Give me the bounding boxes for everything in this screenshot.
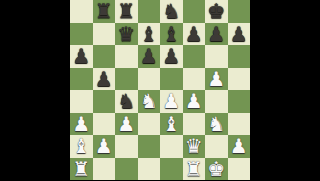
- black-knight[interactable]: ♞: [117, 90, 135, 113]
- square-b5[interactable]: ♟: [93, 68, 116, 91]
- square-a2[interactable]: ♝: [70, 135, 93, 158]
- black-queen[interactable]: ♛: [117, 22, 135, 45]
- square-e8[interactable]: ♞: [160, 0, 183, 23]
- square-c5[interactable]: [115, 68, 138, 91]
- black-bishop[interactable]: ♝: [140, 22, 158, 45]
- square-c1[interactable]: [115, 158, 138, 181]
- square-e2[interactable]: [160, 135, 183, 158]
- square-e5[interactable]: [160, 68, 183, 91]
- square-f4[interactable]: ♟: [183, 90, 206, 113]
- square-b2[interactable]: ♟: [93, 135, 116, 158]
- square-e7[interactable]: ♝: [160, 23, 183, 46]
- black-bishop[interactable]: ♝: [162, 22, 180, 45]
- square-f7[interactable]: ♟: [183, 23, 206, 46]
- black-pawn[interactable]: ♟: [140, 45, 158, 68]
- black-pawn[interactable]: ♟: [95, 67, 113, 90]
- square-f6[interactable]: [183, 45, 206, 68]
- white-pawn[interactable]: ♟: [162, 90, 180, 113]
- white-queen[interactable]: ♛: [185, 135, 203, 158]
- square-g7[interactable]: ♟: [205, 23, 228, 46]
- square-b1[interactable]: [93, 158, 116, 181]
- square-e3[interactable]: ♝: [160, 113, 183, 136]
- square-f3[interactable]: [183, 113, 206, 136]
- square-d6[interactable]: ♟: [138, 45, 161, 68]
- square-c2[interactable]: [115, 135, 138, 158]
- square-h3[interactable]: [228, 113, 251, 136]
- black-king[interactable]: ♚: [207, 0, 225, 22]
- white-rook[interactable]: ♜: [72, 157, 90, 180]
- square-a6[interactable]: ♟: [70, 45, 93, 68]
- square-a8[interactable]: [70, 0, 93, 23]
- square-f8[interactable]: [183, 0, 206, 23]
- black-knight[interactable]: ♞: [162, 0, 180, 22]
- square-h5[interactable]: [228, 68, 251, 91]
- square-g6[interactable]: [205, 45, 228, 68]
- square-g2[interactable]: [205, 135, 228, 158]
- square-d7[interactable]: ♝: [138, 23, 161, 46]
- letterbox-left: [0, 0, 70, 180]
- square-d2[interactable]: [138, 135, 161, 158]
- square-f5[interactable]: [183, 68, 206, 91]
- square-g8[interactable]: ♚: [205, 0, 228, 23]
- square-g5[interactable]: ♟: [205, 68, 228, 91]
- square-b6[interactable]: [93, 45, 116, 68]
- white-knight[interactable]: ♞: [207, 112, 225, 135]
- square-c6[interactable]: [115, 45, 138, 68]
- white-rook[interactable]: ♜: [185, 157, 203, 180]
- square-h4[interactable]: [228, 90, 251, 113]
- white-pawn[interactable]: ♟: [72, 112, 90, 135]
- square-d4[interactable]: ♞: [138, 90, 161, 113]
- square-c7[interactable]: ♛: [115, 23, 138, 46]
- white-pawn[interactable]: ♟: [95, 135, 113, 158]
- square-g1[interactable]: ♚: [205, 158, 228, 181]
- square-b4[interactable]: [93, 90, 116, 113]
- black-pawn[interactable]: ♟: [72, 45, 90, 68]
- chess-board: ♜♜♞♚♛♝♝♟♟♟♟♟♟♟♟♞♞♟♟♟♟♝♞♝♟♛♟♜♜♚: [70, 0, 250, 180]
- white-king[interactable]: ♚: [207, 157, 225, 180]
- square-d5[interactable]: [138, 68, 161, 91]
- square-d8[interactable]: [138, 0, 161, 23]
- square-a4[interactable]: [70, 90, 93, 113]
- square-e4[interactable]: ♟: [160, 90, 183, 113]
- square-c3[interactable]: ♟: [115, 113, 138, 136]
- square-a7[interactable]: [70, 23, 93, 46]
- letterbox-right: [250, 0, 320, 180]
- square-b3[interactable]: [93, 113, 116, 136]
- white-bishop[interactable]: ♝: [162, 112, 180, 135]
- square-f1[interactable]: ♜: [183, 158, 206, 181]
- square-h1[interactable]: [228, 158, 251, 181]
- square-a3[interactable]: ♟: [70, 113, 93, 136]
- square-h2[interactable]: ♟: [228, 135, 251, 158]
- white-knight[interactable]: ♞: [140, 90, 158, 113]
- square-c4[interactable]: ♞: [115, 90, 138, 113]
- square-b7[interactable]: [93, 23, 116, 46]
- square-h8[interactable]: [228, 0, 251, 23]
- square-e1[interactable]: [160, 158, 183, 181]
- square-f2[interactable]: ♛: [183, 135, 206, 158]
- white-pawn[interactable]: ♟: [207, 67, 225, 90]
- white-pawn[interactable]: ♟: [185, 90, 203, 113]
- black-pawn[interactable]: ♟: [162, 45, 180, 68]
- square-g3[interactable]: ♞: [205, 113, 228, 136]
- white-pawn[interactable]: ♟: [230, 135, 248, 158]
- white-pawn[interactable]: ♟: [117, 112, 135, 135]
- black-pawn[interactable]: ♟: [207, 22, 225, 45]
- square-a5[interactable]: [70, 68, 93, 91]
- black-rook[interactable]: ♜: [117, 0, 135, 22]
- square-h7[interactable]: ♟: [228, 23, 251, 46]
- square-d3[interactable]: [138, 113, 161, 136]
- black-rook[interactable]: ♜: [95, 0, 113, 22]
- video-frame: ♜♜♞♚♛♝♝♟♟♟♟♟♟♟♟♞♞♟♟♟♟♝♞♝♟♛♟♜♜♚: [0, 0, 320, 180]
- square-b8[interactable]: ♜: [93, 0, 116, 23]
- black-pawn[interactable]: ♟: [185, 22, 203, 45]
- white-bishop[interactable]: ♝: [72, 135, 90, 158]
- square-c8[interactable]: ♜: [115, 0, 138, 23]
- square-d1[interactable]: [138, 158, 161, 181]
- square-g4[interactable]: [205, 90, 228, 113]
- black-pawn[interactable]: ♟: [230, 22, 248, 45]
- square-a1[interactable]: ♜: [70, 158, 93, 181]
- square-e6[interactable]: ♟: [160, 45, 183, 68]
- square-h6[interactable]: [228, 45, 251, 68]
